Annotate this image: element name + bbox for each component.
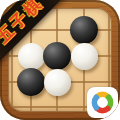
white-stone — [71, 43, 98, 70]
petal-right — [109, 97, 111, 107]
petal-bottom — [97, 109, 107, 111]
black-stone — [70, 16, 98, 44]
white-stone — [44, 69, 71, 96]
tencent-myapp-logo-icon — [87, 87, 118, 118]
white-stone — [18, 43, 45, 70]
gomoku-app-icon[interactable]: 五子棋 — [0, 0, 120, 120]
black-stone — [17, 68, 45, 96]
pinwheel-icon — [88, 88, 117, 117]
petal-top — [97, 94, 107, 96]
black-stone — [43, 42, 71, 70]
petal-left — [94, 97, 96, 107]
